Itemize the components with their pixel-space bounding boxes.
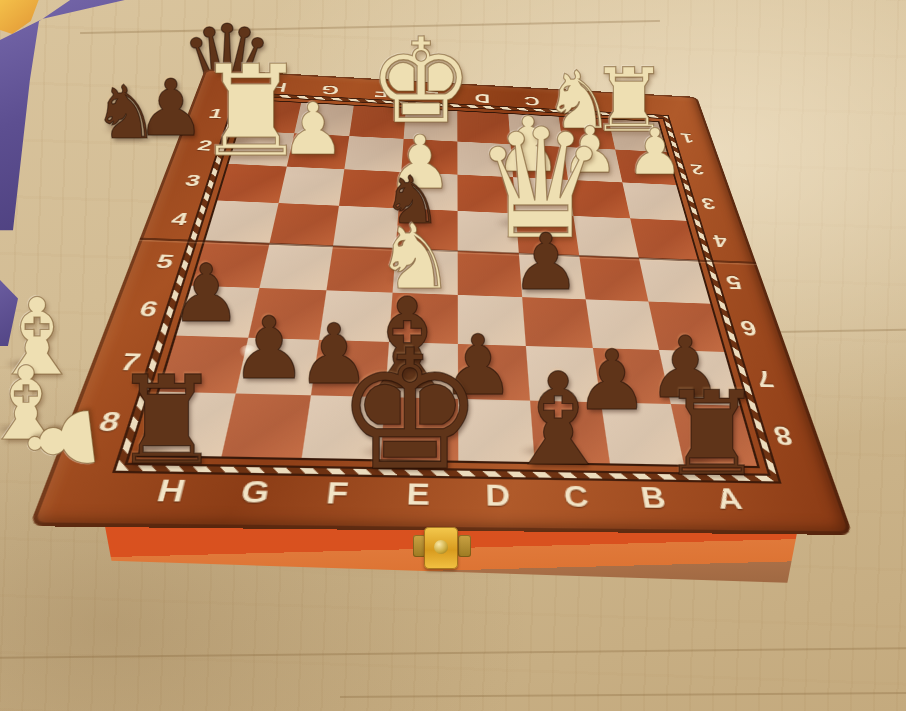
table-plank-seam	[760, 329, 906, 334]
clasp-knob	[434, 540, 448, 554]
piece-white-pawn-a2[interactable]: ♟	[626, 120, 683, 184]
photo-scene: ♛ 11HH22GG33FF44EE55DD66CC77BB88AA ♚♞♜♜♟…	[0, 0, 906, 711]
piece-dark-rook-h8[interactable]: ♜	[112, 360, 221, 482]
piece-dark-bishop-c8[interactable]: ♝	[501, 356, 616, 484]
table-plank-seam	[340, 692, 906, 698]
rank-label-right-2: 2	[689, 162, 706, 177]
rank-label-right-6: 6	[738, 318, 760, 339]
rank-label-right-3: 3	[699, 196, 717, 212]
rank-label-left-4: 4	[169, 210, 190, 228]
rank-label-right-4: 4	[711, 233, 730, 251]
brass-clasp-latch[interactable]	[413, 525, 471, 571]
rank-label-right-5: 5	[724, 273, 744, 292]
piece-dark-rook-a8[interactable]: ♜	[660, 376, 764, 492]
file-label-bottom-g: G	[238, 476, 272, 507]
piece-white-pawn-g2[interactable]: ♟	[281, 93, 346, 165]
piece-dark-king-e8[interactable]: ♚	[336, 328, 485, 494]
piece-dark-pawn-c5[interactable]: ♟	[511, 223, 581, 301]
clasp-right-tab	[458, 535, 471, 557]
rank-label-right-8: 8	[771, 423, 796, 449]
table-plank-seam	[0, 647, 906, 658]
piece-dark-knight-off-board[interactable]: ♞	[93, 75, 159, 149]
piece-white-pawn-off-board[interactable]: ♟	[14, 395, 111, 484]
rank-label-left-6: 6	[136, 298, 161, 320]
